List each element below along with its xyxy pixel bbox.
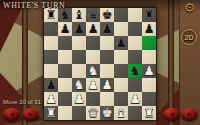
square-f5[interactable]	[114, 50, 128, 64]
square-h3[interactable]	[142, 78, 156, 92]
move-counter: Move 20 of 31	[3, 99, 41, 105]
piece-black-king: ♚	[100, 8, 114, 22]
piece-black-bishop: ♝	[72, 8, 86, 22]
piece-white-pawn: ♟	[100, 78, 114, 92]
square-e4[interactable]	[100, 64, 114, 78]
square-d7[interactable]: ♟	[86, 22, 100, 36]
square-b1[interactable]	[58, 106, 72, 120]
square-a6[interactable]	[44, 36, 58, 50]
square-h7[interactable]: ♟	[142, 22, 156, 36]
square-f7[interactable]	[114, 22, 128, 36]
piece-black-rook: ♜	[142, 8, 156, 22]
square-a8[interactable]: ♜	[44, 8, 58, 22]
square-d4[interactable]: ♞	[86, 64, 100, 78]
piece-black-pawn: ♟	[100, 22, 114, 36]
square-c7[interactable]: ♟	[72, 22, 86, 36]
square-b6[interactable]	[58, 36, 72, 50]
square-g2[interactable]: ♟	[128, 92, 142, 106]
square-c8[interactable]: ♝	[72, 8, 86, 22]
piece-white-pawn: ♟	[44, 92, 58, 106]
square-g7[interactable]	[128, 22, 142, 36]
square-f2[interactable]	[114, 92, 128, 106]
view-2d-toggle-button[interactable]: 2D	[181, 29, 197, 45]
square-f3[interactable]	[114, 78, 128, 92]
square-b8[interactable]: ♞	[58, 8, 72, 22]
nav-next-button[interactable]: ▶	[181, 108, 198, 121]
left-pillar	[22, 0, 28, 125]
piece-white-pawn: ♟	[142, 64, 156, 78]
piece-black-rook: ♜	[44, 8, 58, 22]
square-e3[interactable]: ♟	[100, 78, 114, 92]
piece-black-pawn: ♟	[86, 22, 100, 36]
piece-black-knight: ♞	[58, 8, 72, 22]
square-h4[interactable]: ♟	[142, 64, 156, 78]
left-decor-panel	[0, 0, 43, 125]
turn-indicator: WHITE'S TURN	[3, 1, 66, 10]
square-c5[interactable]	[72, 50, 86, 64]
piece-white-rook: ♜	[44, 106, 58, 120]
square-c6[interactable]	[72, 36, 86, 50]
square-b7[interactable]: ♟	[58, 22, 72, 36]
square-h2[interactable]	[142, 92, 156, 106]
back-arrow-icon: ◀	[169, 108, 174, 121]
piece-white-knight: ♞	[72, 78, 86, 92]
square-b2[interactable]	[58, 92, 72, 106]
square-g8[interactable]	[128, 8, 142, 22]
square-e5[interactable]	[100, 50, 114, 64]
piece-black-queen: ♛	[86, 8, 100, 22]
square-a4[interactable]	[44, 64, 58, 78]
piece-white-king: ♚	[100, 106, 114, 120]
square-d5[interactable]	[86, 50, 100, 64]
right-control-panel	[179, 0, 200, 125]
square-h1[interactable]: ♜	[142, 106, 156, 120]
piece-white-queen: ♛	[86, 106, 100, 120]
forward-arrow-icon: ▶	[28, 108, 33, 121]
square-d6[interactable]	[86, 36, 100, 50]
square-c3[interactable]: ♞	[72, 78, 86, 92]
square-f1[interactable]: ♝	[114, 106, 128, 120]
square-e7[interactable]: ♟	[100, 22, 114, 36]
square-f6[interactable]: ♟	[114, 36, 128, 50]
square-a2[interactable]: ♟	[44, 92, 58, 106]
chess-board: ♜♞♝♛♚♜♟♟♟♟♟♟♞♞♟♟♞♟♟♟♟♟♜♛♚♝♜	[43, 7, 157, 121]
piece-white-pawn: ♟	[72, 92, 86, 106]
piece-black-pawn: ♟	[44, 78, 58, 92]
settings-gear-icon[interactable]: ⚙	[182, 0, 197, 15]
square-g3[interactable]	[128, 78, 142, 92]
piece-black-pawn: ♟	[58, 22, 72, 36]
piece-black-pawn: ♟	[72, 22, 86, 36]
square-e2[interactable]	[100, 92, 114, 106]
piece-black-pawn: ♟	[142, 22, 156, 36]
back-arrow-icon: ◀	[9, 108, 14, 121]
piece-white-knight: ♞	[86, 64, 100, 78]
right-pillar	[168, 0, 174, 125]
square-g1[interactable]	[128, 106, 142, 120]
piece-black-pawn: ♟	[114, 36, 128, 50]
square-g6[interactable]	[128, 36, 142, 50]
square-a5[interactable]	[44, 50, 58, 64]
square-f4[interactable]	[114, 64, 128, 78]
square-b3[interactable]	[58, 78, 72, 92]
square-e6[interactable]	[100, 36, 114, 50]
forward-arrow-icon: ▶	[187, 108, 192, 121]
nav-previous-button[interactable]: ◀	[163, 108, 180, 121]
piece-black-knight: ♞	[128, 64, 142, 78]
square-c1[interactable]	[72, 106, 86, 120]
square-g4[interactable]: ♞	[128, 64, 142, 78]
right-decor-panel	[156, 0, 200, 125]
square-c4[interactable]	[72, 64, 86, 78]
square-h5[interactable]	[142, 50, 156, 64]
square-a1[interactable]: ♜	[44, 106, 58, 120]
square-h8[interactable]: ♜	[142, 8, 156, 22]
square-e1[interactable]: ♚	[100, 106, 114, 120]
square-c2[interactable]: ♟	[72, 92, 86, 106]
square-h6[interactable]	[142, 36, 156, 50]
square-d1[interactable]: ♛	[86, 106, 100, 120]
square-e8[interactable]: ♚	[100, 8, 114, 22]
redo-move-button[interactable]: ▶	[22, 108, 39, 121]
square-f8[interactable]	[114, 8, 128, 22]
piece-white-bishop: ♝	[114, 106, 128, 120]
piece-white-pawn: ♟	[128, 92, 142, 106]
square-d8[interactable]: ♛	[86, 8, 100, 22]
piece-white-rook: ♜	[142, 106, 156, 120]
square-b4[interactable]	[58, 64, 72, 78]
square-d3[interactable]: ♟	[86, 78, 100, 92]
square-a7[interactable]	[44, 22, 58, 36]
undo-move-button[interactable]: ◀	[3, 108, 20, 121]
square-b5[interactable]	[58, 50, 72, 64]
square-d2[interactable]	[86, 92, 100, 106]
square-g5[interactable]	[128, 50, 142, 64]
piece-white-pawn: ♟	[86, 78, 100, 92]
square-a3[interactable]: ♟	[44, 78, 58, 92]
